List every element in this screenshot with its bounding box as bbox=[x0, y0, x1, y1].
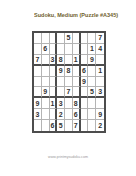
sudoku-page: Sudoku, Medium (Puzzle #A345) 5761473819… bbox=[0, 0, 136, 176]
cell-r8c3 bbox=[50, 109, 58, 120]
cell-r7c5 bbox=[65, 98, 73, 109]
cell-r1c4 bbox=[57, 33, 65, 44]
cell-r3c8: 9 bbox=[88, 55, 96, 66]
cell-r6c1 bbox=[34, 87, 42, 98]
cell-r2c3 bbox=[50, 44, 58, 55]
cell-r5c6 bbox=[73, 77, 81, 88]
cell-r5c4 bbox=[57, 77, 65, 88]
cell-r1c8 bbox=[88, 33, 96, 44]
cell-r7c1: 9 bbox=[34, 98, 42, 109]
cell-r3c1: 7 bbox=[34, 55, 42, 66]
cell-r3c6: 1 bbox=[73, 55, 81, 66]
cell-r8c9: 9 bbox=[96, 109, 104, 120]
cell-r6c9: 3 bbox=[96, 87, 104, 98]
cell-r3c4: 8 bbox=[57, 55, 65, 66]
cell-r4c2 bbox=[42, 66, 50, 77]
cell-r8c6: 6 bbox=[73, 109, 81, 120]
cell-r9c1 bbox=[34, 120, 42, 131]
cell-r8c5 bbox=[65, 109, 73, 120]
cell-r7c7 bbox=[81, 98, 89, 109]
cell-r6c5: 7 bbox=[65, 87, 73, 98]
cell-r4c5: 8 bbox=[65, 66, 73, 77]
cell-r9c3: 6 bbox=[50, 120, 58, 131]
cell-r4c9: 1 bbox=[96, 66, 104, 77]
cell-r6c8: 5 bbox=[88, 87, 96, 98]
cell-r1c2 bbox=[42, 33, 50, 44]
cell-r6c4 bbox=[57, 87, 65, 98]
cell-r9c6: 7 bbox=[73, 120, 81, 131]
cell-r6c2: 9 bbox=[42, 87, 50, 98]
cell-r3c3: 3 bbox=[50, 55, 58, 66]
cell-r1c7 bbox=[81, 33, 89, 44]
cell-r9c8 bbox=[88, 120, 96, 131]
cell-r3c9 bbox=[96, 55, 104, 66]
cell-r1c9: 7 bbox=[96, 33, 104, 44]
cell-r7c8 bbox=[88, 98, 96, 109]
cell-r8c1: 3 bbox=[34, 109, 42, 120]
cell-r1c5: 5 bbox=[65, 33, 73, 44]
cell-r6c7 bbox=[81, 87, 89, 98]
cell-r1c6 bbox=[73, 33, 81, 44]
cell-r2c9: 4 bbox=[96, 44, 104, 55]
cell-r4c3 bbox=[50, 66, 58, 77]
cell-r4c7: 6 bbox=[81, 66, 89, 77]
cell-r5c5 bbox=[65, 77, 73, 88]
cell-r5c1 bbox=[34, 77, 42, 88]
cell-r8c2 bbox=[42, 109, 50, 120]
cell-r5c2 bbox=[42, 77, 50, 88]
cell-r3c2 bbox=[42, 55, 50, 66]
sudoku-board: 5761473819986199753913832696572 bbox=[32, 31, 106, 133]
cell-r8c8 bbox=[88, 109, 96, 120]
cell-r7c6: 8 bbox=[73, 98, 81, 109]
cell-r2c5 bbox=[65, 44, 73, 55]
footer-url: www.printmysudoku.com bbox=[37, 155, 98, 159]
cell-r2c7 bbox=[81, 44, 89, 55]
cell-r7c2 bbox=[42, 98, 50, 109]
page-title: Sudoku, Medium (Puzzle #A345) bbox=[34, 12, 102, 18]
cell-r9c2 bbox=[42, 120, 50, 131]
cell-r5c3 bbox=[50, 77, 58, 88]
cell-r1c3 bbox=[50, 33, 58, 44]
cell-r1c1 bbox=[34, 33, 42, 44]
cell-r2c8: 1 bbox=[88, 44, 96, 55]
cell-r2c6 bbox=[73, 44, 81, 55]
cell-r4c4: 9 bbox=[57, 66, 65, 77]
cell-r2c1 bbox=[34, 44, 42, 55]
cell-r5c9 bbox=[96, 77, 104, 88]
cell-r9c9: 2 bbox=[96, 120, 104, 131]
cell-r9c4: 5 bbox=[57, 120, 65, 131]
cell-r8c4: 2 bbox=[57, 109, 65, 120]
cell-r7c9 bbox=[96, 98, 104, 109]
cell-r9c5 bbox=[65, 120, 73, 131]
cell-r5c7: 9 bbox=[81, 77, 89, 88]
cell-r6c6 bbox=[73, 87, 81, 98]
cell-r8c7 bbox=[81, 109, 89, 120]
cell-r4c6 bbox=[73, 66, 81, 77]
cell-r2c4 bbox=[57, 44, 65, 55]
cell-r4c8 bbox=[88, 66, 96, 77]
cell-r9c7 bbox=[81, 120, 89, 131]
cell-r7c4: 3 bbox=[57, 98, 65, 109]
cell-r3c7 bbox=[81, 55, 89, 66]
cell-r5c8 bbox=[88, 77, 96, 88]
cell-r6c3 bbox=[50, 87, 58, 98]
cell-r7c3: 1 bbox=[50, 98, 58, 109]
cell-r4c1 bbox=[34, 66, 42, 77]
cell-r3c5 bbox=[65, 55, 73, 66]
cell-r2c2: 6 bbox=[42, 44, 50, 55]
